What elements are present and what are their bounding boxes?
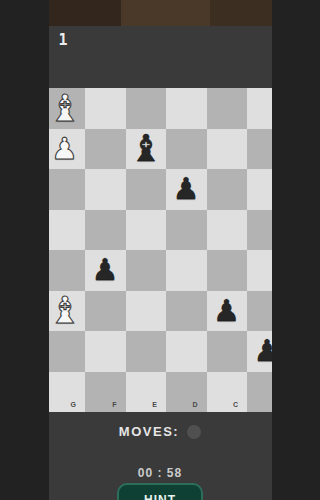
board-cell[interactable]: G (49, 372, 86, 413)
moves-label: MOVES: (119, 424, 179, 439)
board-cell[interactable] (126, 331, 167, 372)
moves-row: MOVES: (49, 412, 272, 439)
board-cell[interactable]: ♝ (49, 88, 86, 129)
board-cell[interactable]: ♟ (207, 291, 248, 332)
board-cell[interactable] (207, 169, 248, 210)
app-screen: 1 ♝♟♝♟♟♝♟♟GFEDC MOVES: 00 : 58 HINT (49, 0, 272, 500)
file-label: C (233, 401, 238, 408)
board-cell[interactable] (166, 129, 207, 170)
board-cell[interactable] (247, 250, 272, 291)
board-cell[interactable] (207, 210, 248, 251)
wood-plank (121, 0, 210, 26)
board-cell[interactable] (126, 291, 167, 332)
board-cell[interactable] (207, 331, 248, 372)
chess-board: ♝♟♝♟♟♝♟♟GFEDC (49, 88, 272, 412)
board-cell[interactable] (207, 129, 248, 170)
board-cell[interactable] (85, 331, 126, 372)
board-cell[interactable]: ♟ (85, 250, 126, 291)
board-cell[interactable] (247, 291, 272, 332)
wood-plank (210, 0, 272, 26)
white-pawn[interactable]: ♟ (49, 129, 86, 170)
board-cell[interactable] (49, 331, 86, 372)
board-cell[interactable]: ♝ (126, 129, 167, 170)
hint-button-label: HINT (144, 493, 176, 500)
timer: 00 : 58 (49, 466, 272, 480)
file-label: D (192, 401, 197, 408)
board-cell[interactable] (247, 210, 272, 251)
board-cell[interactable] (207, 88, 248, 129)
board-cell[interactable]: ♟ (49, 129, 86, 170)
white-bishop[interactable]: ♝ (49, 291, 86, 332)
file-label: F (112, 401, 116, 408)
wood-background (49, 0, 272, 26)
move-dot-indicator (187, 425, 201, 439)
footer: MOVES: 00 : 58 HINT (49, 412, 272, 500)
board-cell[interactable] (207, 250, 248, 291)
black-pawn[interactable]: ♟ (207, 291, 248, 332)
board-cell[interactable] (85, 88, 126, 129)
black-pawn[interactable]: ♟ (166, 169, 207, 210)
board-cell[interactable]: ♝ (49, 291, 86, 332)
file-label: G (71, 401, 76, 408)
board-cell[interactable] (49, 169, 86, 210)
board-grid: ♝♟♝♟♟♝♟♟GFEDC (49, 88, 272, 412)
board-cell[interactable] (126, 210, 167, 251)
board-cell[interactable] (49, 210, 86, 251)
board-cell[interactable]: ♟ (166, 169, 207, 210)
board-cell[interactable] (166, 331, 207, 372)
board-cell[interactable]: ♟ (247, 331, 272, 372)
header: 1 (49, 26, 272, 88)
wood-plank (49, 0, 121, 26)
board-cell[interactable]: D (166, 372, 207, 413)
board-cell[interactable] (247, 129, 272, 170)
board-cell[interactable] (166, 250, 207, 291)
board-cell[interactable] (126, 88, 167, 129)
board-cell[interactable]: F (85, 372, 126, 413)
board-cell[interactable] (247, 88, 272, 129)
board-cell[interactable] (166, 88, 207, 129)
board-cell[interactable]: E (126, 372, 167, 413)
hint-button[interactable]: HINT (117, 483, 203, 500)
board-cell[interactable] (85, 169, 126, 210)
board-cell[interactable] (126, 250, 167, 291)
board-cell[interactable] (85, 210, 126, 251)
board-cell[interactable]: C (207, 372, 248, 413)
black-bishop[interactable]: ♝ (126, 129, 167, 170)
board-cell[interactable] (85, 291, 126, 332)
black-pawn[interactable]: ♟ (247, 331, 272, 372)
white-bishop[interactable]: ♝ (49, 88, 86, 129)
level-indicator: 1 (59, 31, 68, 49)
board-cell[interactable] (49, 250, 86, 291)
board-cell[interactable] (166, 210, 207, 251)
board-cell[interactable] (247, 169, 272, 210)
black-pawn[interactable]: ♟ (85, 250, 126, 291)
board-cell[interactable] (126, 169, 167, 210)
file-label: E (152, 401, 157, 408)
board-cell[interactable] (166, 291, 207, 332)
board-cell[interactable] (247, 372, 272, 413)
board-cell[interactable] (85, 129, 126, 170)
